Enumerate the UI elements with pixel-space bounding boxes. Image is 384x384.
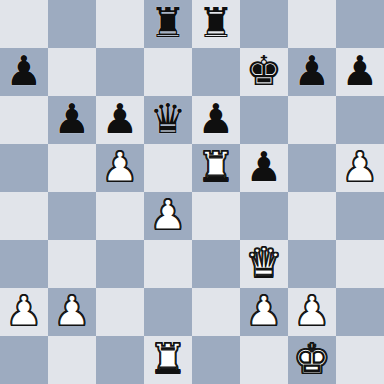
black-pawn-icon[interactable]: ♟ bbox=[198, 95, 235, 143]
black-rook-icon[interactable]: ♜ bbox=[198, 0, 235, 47]
square-e7[interactable] bbox=[192, 48, 240, 96]
square-g8[interactable] bbox=[288, 0, 336, 48]
black-pawn-icon[interactable]: ♟ bbox=[342, 47, 379, 95]
square-d8[interactable]: ♜ bbox=[144, 0, 192, 48]
square-e2[interactable] bbox=[192, 288, 240, 336]
square-c5[interactable]: ♟ bbox=[96, 144, 144, 192]
square-a1[interactable] bbox=[0, 336, 48, 384]
square-e1[interactable] bbox=[192, 336, 240, 384]
square-g4[interactable] bbox=[288, 192, 336, 240]
square-h3[interactable] bbox=[336, 240, 384, 288]
square-g7[interactable]: ♟ bbox=[288, 48, 336, 96]
square-c4[interactable] bbox=[96, 192, 144, 240]
square-c6[interactable]: ♟ bbox=[96, 96, 144, 144]
black-pawn-icon[interactable]: ♟ bbox=[246, 143, 283, 191]
square-f8[interactable] bbox=[240, 0, 288, 48]
square-f7[interactable]: ♚ bbox=[240, 48, 288, 96]
square-b5[interactable] bbox=[48, 144, 96, 192]
square-d5[interactable] bbox=[144, 144, 192, 192]
square-f6[interactable] bbox=[240, 96, 288, 144]
square-h6[interactable] bbox=[336, 96, 384, 144]
square-h7[interactable]: ♟ bbox=[336, 48, 384, 96]
square-g3[interactable] bbox=[288, 240, 336, 288]
white-pawn-icon[interactable]: ♟ bbox=[54, 287, 91, 335]
square-f5[interactable]: ♟ bbox=[240, 144, 288, 192]
square-d6[interactable]: ♛ bbox=[144, 96, 192, 144]
square-c3[interactable] bbox=[96, 240, 144, 288]
black-pawn-icon[interactable]: ♟ bbox=[294, 47, 331, 95]
square-g5[interactable] bbox=[288, 144, 336, 192]
square-b6[interactable]: ♟ bbox=[48, 96, 96, 144]
black-rook-icon[interactable]: ♜ bbox=[150, 0, 187, 47]
square-e3[interactable] bbox=[192, 240, 240, 288]
square-h4[interactable] bbox=[336, 192, 384, 240]
white-queen-icon[interactable]: ♛ bbox=[246, 239, 283, 287]
square-a5[interactable] bbox=[0, 144, 48, 192]
white-rook-icon[interactable]: ♜ bbox=[198, 143, 235, 191]
square-c8[interactable] bbox=[96, 0, 144, 48]
square-c7[interactable] bbox=[96, 48, 144, 96]
black-queen-icon[interactable]: ♛ bbox=[150, 95, 187, 143]
black-pawn-icon[interactable]: ♟ bbox=[6, 47, 43, 95]
square-e8[interactable]: ♜ bbox=[192, 0, 240, 48]
square-a8[interactable] bbox=[0, 0, 48, 48]
square-a3[interactable] bbox=[0, 240, 48, 288]
square-d4[interactable]: ♟ bbox=[144, 192, 192, 240]
square-f2[interactable]: ♟ bbox=[240, 288, 288, 336]
square-h5[interactable]: ♟ bbox=[336, 144, 384, 192]
square-e4[interactable] bbox=[192, 192, 240, 240]
square-f4[interactable] bbox=[240, 192, 288, 240]
white-pawn-icon[interactable]: ♟ bbox=[6, 287, 43, 335]
white-pawn-icon[interactable]: ♟ bbox=[294, 287, 331, 335]
white-pawn-icon[interactable]: ♟ bbox=[342, 143, 379, 191]
square-c2[interactable] bbox=[96, 288, 144, 336]
square-b3[interactable] bbox=[48, 240, 96, 288]
square-b7[interactable] bbox=[48, 48, 96, 96]
square-d1[interactable]: ♜ bbox=[144, 336, 192, 384]
square-a2[interactable]: ♟ bbox=[0, 288, 48, 336]
square-d7[interactable] bbox=[144, 48, 192, 96]
square-a4[interactable] bbox=[0, 192, 48, 240]
square-b4[interactable] bbox=[48, 192, 96, 240]
square-c1[interactable] bbox=[96, 336, 144, 384]
square-d2[interactable] bbox=[144, 288, 192, 336]
square-g6[interactable] bbox=[288, 96, 336, 144]
black-pawn-icon[interactable]: ♟ bbox=[54, 95, 91, 143]
square-f1[interactable] bbox=[240, 336, 288, 384]
square-e5[interactable]: ♜ bbox=[192, 144, 240, 192]
white-pawn-icon[interactable]: ♟ bbox=[102, 143, 139, 191]
square-b2[interactable]: ♟ bbox=[48, 288, 96, 336]
square-h1[interactable] bbox=[336, 336, 384, 384]
chess-board: ♜♜♟♚♟♟♟♟♛♟♟♜♟♟♟♛♟♟♟♟♜♚ bbox=[0, 0, 384, 384]
square-g2[interactable]: ♟ bbox=[288, 288, 336, 336]
square-h8[interactable] bbox=[336, 0, 384, 48]
square-f3[interactable]: ♛ bbox=[240, 240, 288, 288]
white-pawn-icon[interactable]: ♟ bbox=[150, 191, 187, 239]
square-g1[interactable]: ♚ bbox=[288, 336, 336, 384]
square-b8[interactable] bbox=[48, 0, 96, 48]
square-h2[interactable] bbox=[336, 288, 384, 336]
white-rook-icon[interactable]: ♜ bbox=[150, 335, 187, 383]
white-king-icon[interactable]: ♚ bbox=[294, 335, 331, 383]
square-a6[interactable] bbox=[0, 96, 48, 144]
white-pawn-icon[interactable]: ♟ bbox=[246, 287, 283, 335]
square-e6[interactable]: ♟ bbox=[192, 96, 240, 144]
square-b1[interactable] bbox=[48, 336, 96, 384]
black-pawn-icon[interactable]: ♟ bbox=[102, 95, 139, 143]
black-king-icon[interactable]: ♚ bbox=[246, 47, 283, 95]
square-d3[interactable] bbox=[144, 240, 192, 288]
square-a7[interactable]: ♟ bbox=[0, 48, 48, 96]
